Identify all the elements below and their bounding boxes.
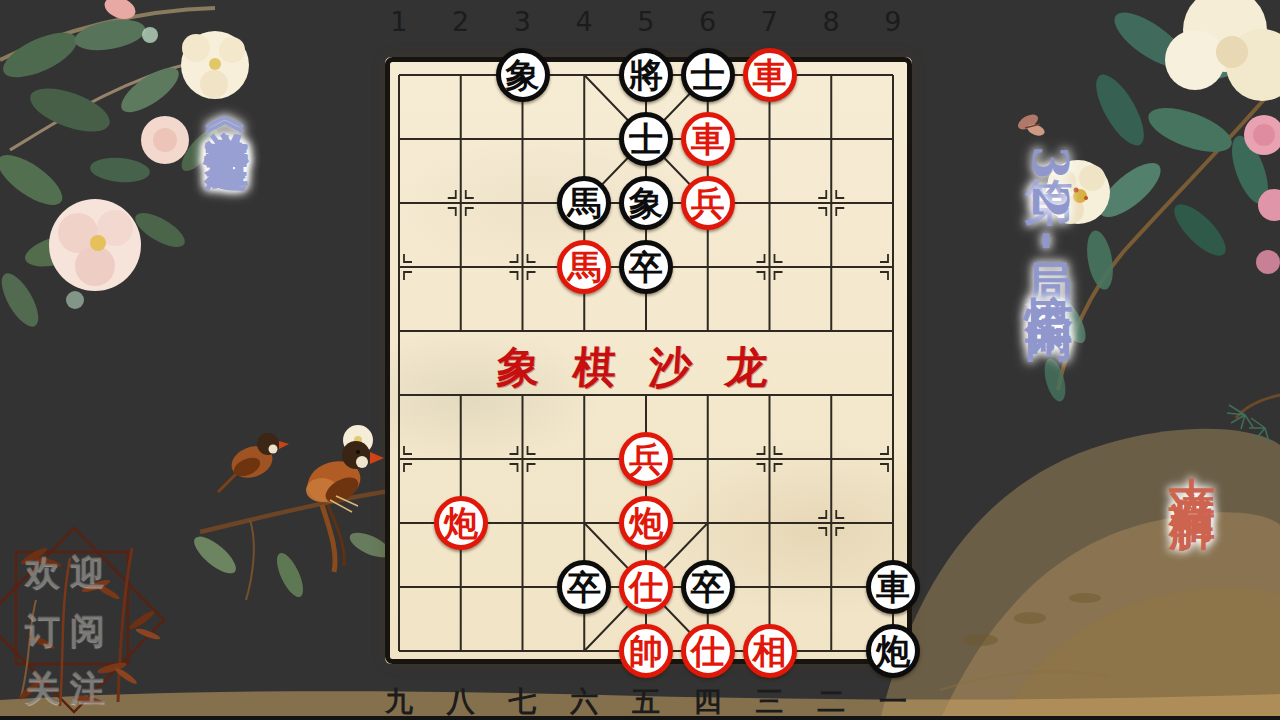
piece-red[interactable]: 炮 xyxy=(619,496,673,550)
bird-rear xyxy=(218,433,289,492)
subscribe-watermark: 欢迎订阅关注 xyxy=(25,543,129,717)
file-labels-top: 123456789 xyxy=(368,6,924,37)
file-label-top: 6 xyxy=(677,6,739,37)
flowers-top-left xyxy=(0,0,249,332)
piece-black[interactable]: 卒 xyxy=(557,560,611,614)
piece-red[interactable]: 馬 xyxy=(557,240,611,294)
file-label-top: 3 xyxy=(492,6,554,37)
file-labels-bottom: 九八七六五四三二一 xyxy=(368,683,924,720)
butterfly xyxy=(1015,111,1046,137)
right-episode-title: 第32局-忙里偷闲 xyxy=(1018,140,1082,281)
piece-black[interactable]: 士 xyxy=(619,112,673,166)
file-label-top: 7 xyxy=(739,6,801,37)
piece-black[interactable]: 車 xyxy=(866,560,920,614)
piece-red[interactable]: 仕 xyxy=(619,560,673,614)
left-series-title: 必学古谱《适情雅趣》 xyxy=(198,95,257,115)
file-label-top: 5 xyxy=(615,6,677,37)
file-label-bottom: 二 xyxy=(800,683,862,720)
right-subtitle: 古谱精解 xyxy=(1162,440,1224,480)
file-label-bottom: 七 xyxy=(492,683,554,720)
watermark-row: 欢迎 xyxy=(25,543,129,601)
file-label-top: 4 xyxy=(553,6,615,37)
piece-red[interactable]: 兵 xyxy=(681,176,735,230)
piece-red[interactable]: 相 xyxy=(743,624,797,678)
file-label-bottom: 三 xyxy=(739,683,801,720)
piece-black[interactable]: 象 xyxy=(496,48,550,102)
file-label-bottom: 五 xyxy=(615,683,677,720)
pieces-layer: 象將士車士車馬象兵馬卒兵炮炮卒仕卒車帥仕相炮 xyxy=(368,43,924,683)
file-label-bottom: 四 xyxy=(677,683,739,720)
file-label-top: 2 xyxy=(430,6,492,37)
piece-red[interactable]: 仕 xyxy=(681,624,735,678)
file-label-bottom: 六 xyxy=(553,683,615,720)
file-label-bottom: 九 xyxy=(368,683,430,720)
watermark-row: 关注 xyxy=(25,659,129,717)
bottom-edge-bar xyxy=(0,716,1280,720)
piece-black[interactable]: 象 xyxy=(619,176,673,230)
stage: 象棋沙龙 123456789 九八七六五四三二一 象將士車士車馬象兵馬卒兵炮炮卒… xyxy=(0,0,1280,720)
piece-black[interactable]: 馬 xyxy=(557,176,611,230)
file-label-top: 9 xyxy=(862,6,924,37)
piece-red[interactable]: 車 xyxy=(743,48,797,102)
piece-black[interactable]: 將 xyxy=(619,48,673,102)
piece-red[interactable]: 帥 xyxy=(619,624,673,678)
file-label-top: 8 xyxy=(800,6,862,37)
piece-black[interactable]: 士 xyxy=(681,48,735,102)
piece-black[interactable]: 卒 xyxy=(619,240,673,294)
file-label-top: 1 xyxy=(368,6,430,37)
file-label-bottom: 八 xyxy=(430,683,492,720)
piece-red[interactable]: 炮 xyxy=(434,496,488,550)
piece-black[interactable]: 炮 xyxy=(866,624,920,678)
piece-red[interactable]: 車 xyxy=(681,112,735,166)
piece-red[interactable]: 兵 xyxy=(619,432,673,486)
piece-black[interactable]: 卒 xyxy=(681,560,735,614)
file-label-bottom: 一 xyxy=(862,683,924,720)
watermark-row: 订阅 xyxy=(25,601,129,659)
